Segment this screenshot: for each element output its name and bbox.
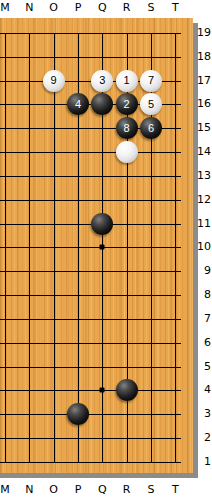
row-label-3: 3 bbox=[194, 406, 211, 422]
row-label-6: 6 bbox=[194, 335, 211, 351]
row-label-11: 11 bbox=[194, 216, 211, 232]
stone-black-s15[interactable]: 6 bbox=[140, 117, 162, 139]
grid-hline bbox=[0, 176, 181, 177]
stone-move-number: 7 bbox=[148, 75, 154, 86]
col-label-bottom-N: N bbox=[20, 482, 38, 498]
stone-black-r4[interactable] bbox=[116, 379, 138, 401]
grid-hline bbox=[0, 57, 181, 58]
stone-move-number: 8 bbox=[124, 123, 130, 134]
col-label-bottom-Q: Q bbox=[93, 482, 111, 498]
grid-hline bbox=[0, 271, 181, 272]
row-label-18: 18 bbox=[194, 49, 211, 65]
col-label-bottom-T: T bbox=[166, 482, 184, 498]
row-label-16: 16 bbox=[194, 96, 211, 112]
stone-black-r16[interactable]: 2 bbox=[116, 93, 138, 115]
grid-vline bbox=[29, 33, 30, 463]
grid-hline bbox=[0, 247, 181, 248]
grid-vline bbox=[5, 33, 6, 463]
row-label-2: 2 bbox=[194, 430, 211, 446]
stone-move-number: 6 bbox=[148, 123, 154, 134]
row-label-12: 12 bbox=[194, 192, 211, 208]
row-label-1: 1 bbox=[194, 454, 211, 470]
col-label-top-R: R bbox=[118, 0, 136, 16]
row-label-13: 13 bbox=[194, 168, 211, 184]
stone-move-number: 2 bbox=[124, 99, 130, 110]
col-label-top-T: T bbox=[166, 0, 184, 16]
grid-hline bbox=[0, 462, 181, 463]
col-label-top-N: N bbox=[20, 0, 38, 16]
grid-hline bbox=[0, 319, 181, 320]
row-label-17: 17 bbox=[194, 73, 211, 89]
row-label-5: 5 bbox=[194, 359, 211, 375]
row-label-4: 4 bbox=[194, 382, 211, 398]
star-point-q4 bbox=[100, 388, 105, 393]
stone-black-p3[interactable] bbox=[67, 403, 89, 425]
col-label-bottom-S: S bbox=[142, 482, 160, 498]
grid-hline bbox=[0, 367, 181, 368]
row-label-7: 7 bbox=[194, 311, 211, 327]
row-label-19: 19 bbox=[194, 25, 211, 41]
row-label-8: 8 bbox=[194, 287, 211, 303]
row-label-10: 10 bbox=[194, 239, 211, 255]
grid-hline bbox=[0, 33, 181, 34]
stone-black-q11[interactable] bbox=[91, 213, 113, 235]
col-label-top-S: S bbox=[142, 0, 160, 16]
star-point-q10 bbox=[100, 245, 105, 250]
col-label-bottom-O: O bbox=[45, 482, 63, 498]
grid-hline bbox=[0, 438, 181, 439]
stone-white-o17[interactable]: 9 bbox=[43, 70, 65, 92]
stone-white-r14[interactable] bbox=[116, 141, 138, 163]
stone-white-q17[interactable]: 3 bbox=[91, 70, 113, 92]
grid-vline bbox=[54, 33, 55, 463]
stone-white-s16[interactable]: 5 bbox=[140, 93, 162, 115]
col-label-top-P: P bbox=[69, 0, 87, 16]
grid-hline bbox=[0, 152, 181, 153]
stone-white-s17[interactable]: 7 bbox=[140, 70, 162, 92]
col-label-bottom-R: R bbox=[118, 482, 136, 498]
go-diagram-page: 931742586MNOPQRSTMNOPQRST191817161514131… bbox=[0, 0, 212, 500]
col-label-bottom-M: M bbox=[0, 482, 14, 498]
stone-move-number: 4 bbox=[75, 99, 81, 110]
row-label-14: 14 bbox=[194, 144, 211, 160]
col-label-bottom-P: P bbox=[69, 482, 87, 498]
stone-white-r17[interactable]: 1 bbox=[116, 70, 138, 92]
grid-hline bbox=[0, 414, 181, 415]
row-label-15: 15 bbox=[194, 120, 211, 136]
col-label-top-Q: Q bbox=[93, 0, 111, 16]
stone-move-number: 3 bbox=[99, 75, 105, 86]
stone-black-q16[interactable] bbox=[91, 93, 113, 115]
row-label-9: 9 bbox=[194, 263, 211, 279]
grid-hline bbox=[0, 295, 181, 296]
grid-vline bbox=[175, 33, 176, 463]
grid-hline bbox=[0, 343, 181, 344]
col-label-top-M: M bbox=[0, 0, 14, 16]
stone-move-number: 9 bbox=[51, 75, 57, 86]
col-label-top-O: O bbox=[45, 0, 63, 16]
stone-move-number: 5 bbox=[148, 99, 154, 110]
stone-black-p16[interactable]: 4 bbox=[67, 93, 89, 115]
grid-hline bbox=[0, 200, 181, 201]
stone-move-number: 1 bbox=[124, 75, 130, 86]
stone-black-r15[interactable]: 8 bbox=[116, 117, 138, 139]
grid-hline bbox=[0, 390, 181, 391]
